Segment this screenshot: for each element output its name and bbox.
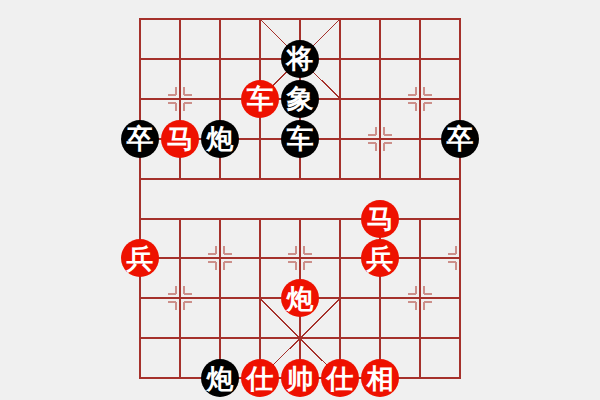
piece-red-chariot[interactable]: 车 — [241, 80, 279, 118]
piece-red-soldier[interactable]: 兵 — [121, 239, 159, 277]
piece-red-advisor[interactable]: 仕 — [241, 359, 279, 397]
piece-red-horse[interactable]: 马 — [361, 200, 399, 238]
pieces-layer: 将象卒炮车卒炮车马马兵兵炮仕帅仕相 — [0, 0, 600, 400]
piece-black-cannon[interactable]: 炮 — [201, 120, 239, 158]
piece-red-advisor[interactable]: 仕 — [321, 359, 359, 397]
piece-red-elephant[interactable]: 相 — [361, 359, 399, 397]
piece-red-soldier[interactable]: 兵 — [361, 239, 399, 277]
piece-black-chariot[interactable]: 车 — [281, 120, 319, 158]
piece-red-cannon[interactable]: 炮 — [281, 279, 319, 317]
piece-red-horse[interactable]: 马 — [161, 120, 199, 158]
piece-black-general[interactable]: 将 — [281, 40, 319, 78]
piece-black-soldier[interactable]: 卒 — [441, 120, 479, 158]
piece-red-general[interactable]: 帅 — [281, 359, 319, 397]
xiangqi-board: 将象卒炮车卒炮车马马兵兵炮仕帅仕相 — [0, 0, 600, 400]
piece-black-cannon[interactable]: 炮 — [201, 359, 239, 397]
piece-black-elephant[interactable]: 象 — [281, 80, 319, 118]
piece-black-soldier[interactable]: 卒 — [121, 120, 159, 158]
